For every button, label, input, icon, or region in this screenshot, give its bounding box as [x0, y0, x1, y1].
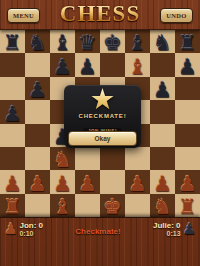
square-b5[interactable]: [25, 100, 50, 123]
red-pawn[interactable]: ♟: [28, 173, 47, 195]
square-g7[interactable]: [150, 53, 175, 76]
app-title: CHESS: [60, 1, 140, 27]
square-h6[interactable]: [175, 77, 200, 100]
red-knight[interactable]: ♞: [53, 149, 72, 171]
red-pawn[interactable]: ♟: [78, 173, 97, 195]
undo-button[interactable]: UNDO: [160, 8, 193, 23]
red-pawn[interactable]: ♟: [178, 173, 197, 195]
status-bar: ♟ Jon: 0 0:10 Checkmate! Julie: 0 0:13 ♟: [0, 217, 200, 266]
black-knight[interactable]: ♞: [28, 32, 47, 54]
square-e7[interactable]: [100, 53, 125, 76]
square-f3[interactable]: [125, 147, 150, 170]
square-b3[interactable]: [25, 147, 50, 170]
top-bar: MENU CHESS UNDO: [0, 0, 200, 30]
square-d3[interactable]: [75, 147, 100, 170]
square-g6[interactable]: ♟: [150, 77, 175, 100]
red-rook[interactable]: ♜: [178, 196, 197, 218]
square-c3[interactable]: ♞: [50, 147, 75, 170]
square-a1[interactable]: ♜: [0, 194, 25, 217]
white-pawn-icon: ♟: [4, 221, 17, 238]
black-player-clock: 0:13: [153, 230, 181, 238]
black-pawn[interactable]: ♟: [178, 56, 197, 78]
black-pawn[interactable]: ♟: [28, 79, 47, 101]
red-knight[interactable]: ♞: [153, 196, 172, 218]
square-g3[interactable]: [150, 147, 175, 170]
white-player-info: ♟ Jon: 0 0:10: [4, 221, 43, 238]
black-queen[interactable]: ♛: [78, 32, 97, 54]
square-d1[interactable]: [75, 194, 100, 217]
square-b8[interactable]: ♞: [25, 30, 50, 53]
square-h8[interactable]: ♜: [175, 30, 200, 53]
square-c7[interactable]: ♟: [50, 53, 75, 76]
white-player-score: Jon: 0: [19, 221, 43, 230]
square-h5[interactable]: [175, 100, 200, 123]
black-rook[interactable]: ♜: [3, 32, 22, 54]
square-f8[interactable]: ♝: [125, 30, 150, 53]
square-g5[interactable]: [150, 100, 175, 123]
square-e1[interactable]: ♚: [100, 194, 125, 217]
checkmate-dialog: ★ CHECKMATE! JON WINS! Okay: [64, 85, 141, 148]
red-pawn[interactable]: ♟: [153, 173, 172, 195]
square-h4[interactable]: [175, 124, 200, 147]
red-pawn[interactable]: ♟: [53, 173, 72, 195]
square-a2[interactable]: ♟: [0, 170, 25, 193]
square-a6[interactable]: [0, 77, 25, 100]
square-a4[interactable]: [0, 124, 25, 147]
square-h3[interactable]: [175, 147, 200, 170]
square-a7[interactable]: [0, 53, 25, 76]
square-d8[interactable]: ♛: [75, 30, 100, 53]
black-knight[interactable]: ♞: [153, 32, 172, 54]
square-h1[interactable]: ♜: [175, 194, 200, 217]
black-bishop[interactable]: ♝: [128, 32, 147, 54]
square-g2[interactable]: ♟: [150, 170, 175, 193]
black-pawn[interactable]: ♟: [78, 56, 97, 78]
black-player-score: Julie: 0: [153, 221, 181, 230]
black-pawn-icon: ♟: [183, 221, 196, 238]
square-a3[interactable]: [0, 147, 25, 170]
square-f1[interactable]: [125, 194, 150, 217]
square-c1[interactable]: ♝: [50, 194, 75, 217]
square-e8[interactable]: ♚: [100, 30, 125, 53]
app-screen: MENU CHESS UNDO ♜♞♝♛♚♝♞♜♟♟♝♟♟♟♟♟♞♟♟♟♟♟♟♟…: [0, 0, 200, 266]
red-bishop[interactable]: ♝: [53, 196, 72, 218]
square-c2[interactable]: ♟: [50, 170, 75, 193]
square-e3[interactable]: [100, 147, 125, 170]
square-h2[interactable]: ♟: [175, 170, 200, 193]
red-bishop[interactable]: ♝: [128, 56, 147, 78]
white-player-clock: 0:10: [19, 230, 43, 238]
red-pawn[interactable]: ♟: [128, 173, 147, 195]
black-pawn[interactable]: ♟: [153, 79, 172, 101]
square-b6[interactable]: ♟: [25, 77, 50, 100]
square-a8[interactable]: ♜: [0, 30, 25, 53]
square-g4[interactable]: [150, 124, 175, 147]
black-pawn[interactable]: ♟: [53, 56, 72, 78]
black-king[interactable]: ♚: [103, 32, 122, 54]
square-b1[interactable]: [25, 194, 50, 217]
status-message: Checkmate!: [75, 227, 120, 236]
square-h7[interactable]: ♟: [175, 53, 200, 76]
square-a5[interactable]: ♟: [0, 100, 25, 123]
red-rook[interactable]: ♜: [3, 196, 22, 218]
square-d7[interactable]: ♟: [75, 53, 100, 76]
square-b2[interactable]: ♟: [25, 170, 50, 193]
square-d2[interactable]: ♟: [75, 170, 100, 193]
red-king[interactable]: ♚: [103, 196, 122, 218]
red-pawn[interactable]: ♟: [3, 173, 22, 195]
square-f2[interactable]: ♟: [125, 170, 150, 193]
square-g8[interactable]: ♞: [150, 30, 175, 53]
menu-button[interactable]: MENU: [7, 8, 40, 23]
square-e2[interactable]: [100, 170, 125, 193]
square-b7[interactable]: [25, 53, 50, 76]
black-player-info: Julie: 0 0:13 ♟: [153, 221, 196, 238]
black-rook[interactable]: ♜: [178, 32, 197, 54]
square-b4[interactable]: [25, 124, 50, 147]
black-pawn[interactable]: ♟: [3, 103, 22, 125]
black-bishop[interactable]: ♝: [53, 32, 72, 54]
square-c8[interactable]: ♝: [50, 30, 75, 53]
star-icon: ★: [64, 86, 141, 113]
square-g1[interactable]: ♞: [150, 194, 175, 217]
okay-button[interactable]: Okay: [68, 131, 137, 146]
square-f7[interactable]: ♝: [125, 53, 150, 76]
